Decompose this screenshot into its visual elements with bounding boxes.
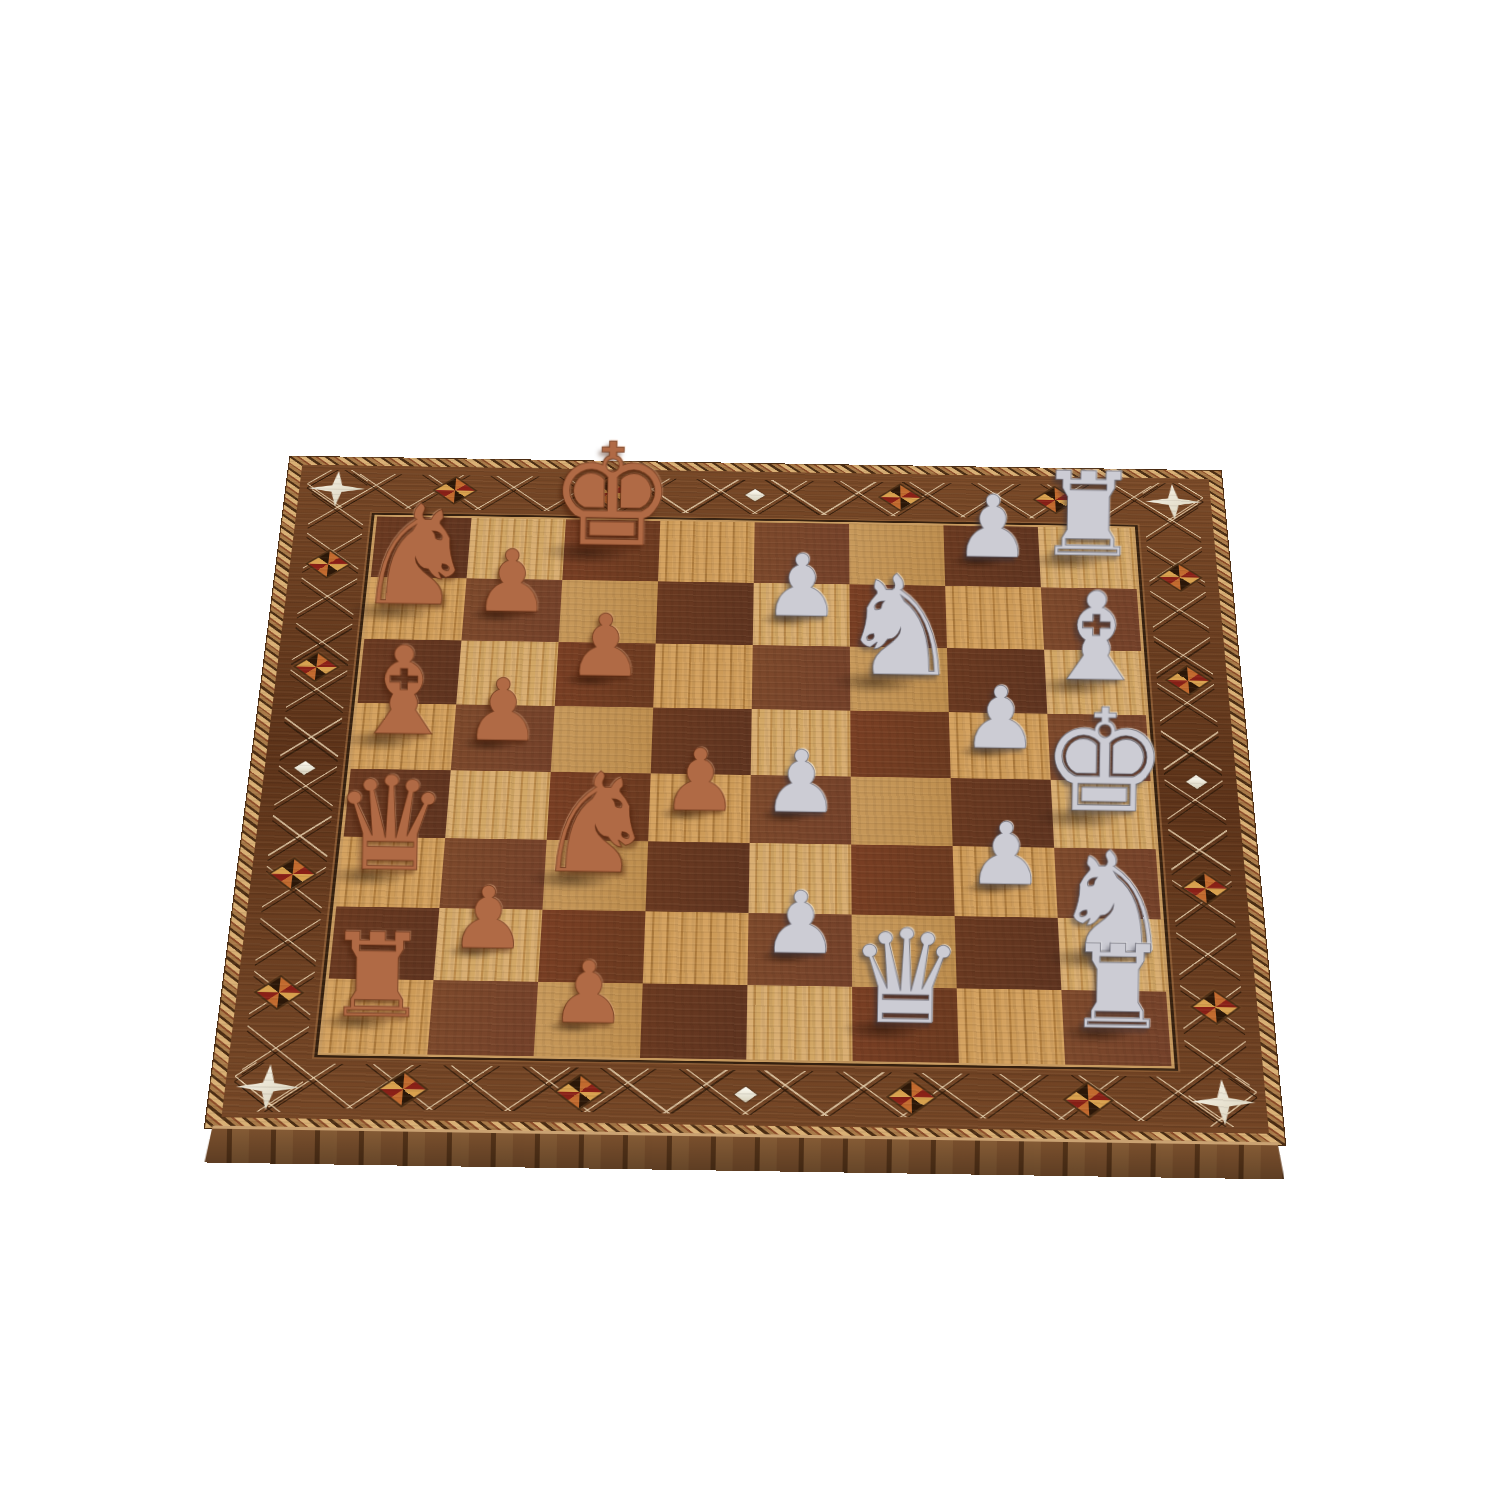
square-b3 [439,838,546,910]
square-d3 [645,841,749,913]
square-a3 [336,837,445,909]
square-h2 [1058,918,1166,992]
square-c5 [551,706,653,773]
square-h1 [1061,990,1171,1066]
square-d5 [651,708,752,775]
square-e1 [746,985,852,1061]
square-h8 [1038,527,1137,589]
square-f4 [851,777,953,847]
square-e8 [754,522,850,584]
square-g7 [945,586,1044,650]
square-c2 [538,910,645,984]
chessboard [205,456,1285,1145]
square-e7 [753,583,850,647]
square-g6 [947,648,1047,714]
board-perspective [205,456,1285,1145]
square-g4 [951,778,1054,848]
product-photo: ♚♞♟♟♝♟♟♛♞♟♜♟♟♜♟♞♝♟♟♚♟♟♞♛♜ [0,0,1500,1500]
square-g2 [955,916,1062,990]
square-b5 [451,704,555,771]
square-a4 [344,769,451,838]
square-h6 [1044,650,1146,716]
square-b7 [461,578,562,642]
square-d1 [640,983,747,1059]
square-c4 [547,772,651,841]
square-g1 [957,988,1065,1064]
square-b8 [467,518,566,580]
square-e6 [752,645,851,711]
square-f2 [852,915,957,989]
square-b6 [456,640,558,706]
square-d4 [648,773,751,842]
square-a6 [358,639,462,704]
square-e4 [750,775,851,845]
square-d2 [643,911,749,985]
square-f7 [849,584,947,648]
square-h4 [1051,780,1156,850]
square-d8 [658,521,755,583]
square-c7 [559,580,658,644]
square-f3 [851,845,955,917]
square-c3 [542,840,648,912]
square-f8 [849,524,945,586]
square-b2 [433,908,542,982]
square-e3 [749,843,852,915]
square-a2 [329,906,440,980]
square-g8 [943,525,1040,587]
square-d7 [656,581,754,645]
square-a5 [351,703,456,770]
square-d6 [653,644,753,710]
playing-area [321,516,1171,1066]
square-g5 [949,712,1051,780]
square-h5 [1047,714,1150,782]
square-a1 [321,979,433,1055]
square-g3 [953,846,1058,918]
square-h7 [1041,587,1141,651]
square-e2 [747,913,852,987]
square-c1 [534,982,643,1058]
square-c8 [562,519,660,581]
square-b1 [427,980,538,1056]
square-e5 [751,709,851,776]
board-tilt-group: ♚♞♟♟♝♟♟♛♞♟♜♟♟♜♟♞♝♟♟♚♟♟♞♛♜ [0,0,1500,1500]
square-h3 [1054,848,1161,920]
square-b4 [445,770,551,839]
square-f6 [850,647,949,713]
square-a8 [371,516,472,578]
square-f5 [850,711,950,779]
square-c6 [555,642,656,708]
square-a7 [364,577,466,641]
square-f1 [852,987,959,1063]
